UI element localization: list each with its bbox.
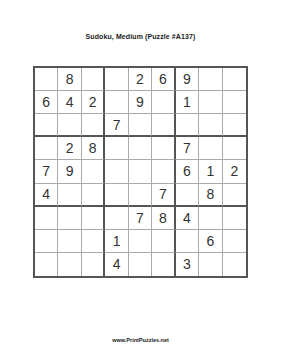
sudoku-cell-r5c7[interactable]: 6 (176, 160, 199, 183)
sudoku-cell-r3c6[interactable] (152, 114, 175, 137)
sudoku-cell-r7c9[interactable] (223, 207, 246, 230)
sudoku-cell-r6c3[interactable] (82, 184, 105, 207)
sudoku-cell-r9c5[interactable] (129, 253, 152, 276)
sudoku-cell-r5c5[interactable] (129, 160, 152, 183)
sudoku-cell-r3c2[interactable] (58, 114, 81, 137)
sudoku-cell-r8c9[interactable] (223, 230, 246, 253)
sudoku-cell-r3c1[interactable] (35, 114, 58, 137)
sudoku-cell-r9c1[interactable] (35, 253, 58, 276)
sudoku-cell-r4c7[interactable]: 7 (176, 137, 199, 160)
sudoku-cell-r8c6[interactable] (152, 230, 175, 253)
sudoku-cell-r3c4[interactable]: 7 (105, 114, 128, 137)
sudoku-cell-r3c5[interactable] (129, 114, 152, 137)
sudoku-cell-r2c2[interactable]: 4 (58, 91, 81, 114)
sudoku-cell-r4c5[interactable] (129, 137, 152, 160)
sudoku-cell-r1c1[interactable] (35, 68, 58, 91)
sudoku-cell-r1c6[interactable]: 6 (152, 68, 175, 91)
printable-puzzle-page: Sudoku, Medium (Puzzle #A137) 8269642917… (0, 0, 281, 363)
puzzle-title: Sudoku, Medium (Puzzle #A137) (0, 32, 281, 41)
sudoku-grid: 8269642917287796124787841643 (33, 66, 248, 278)
sudoku-cell-r7c4[interactable] (105, 207, 128, 230)
sudoku-cell-r6c7[interactable] (176, 184, 199, 207)
sudoku-cell-r8c4[interactable]: 1 (105, 230, 128, 253)
sudoku-cell-r3c7[interactable] (176, 114, 199, 137)
sudoku-cell-r3c8[interactable] (199, 114, 222, 137)
sudoku-cell-r9c2[interactable] (58, 253, 81, 276)
sudoku-cell-r5c2[interactable]: 9 (58, 160, 81, 183)
sudoku-cell-r2c7[interactable]: 1 (176, 91, 199, 114)
sudoku-cell-r1c4[interactable] (105, 68, 128, 91)
sudoku-cell-r4c1[interactable] (35, 137, 58, 160)
sudoku-cell-r3c9[interactable] (223, 114, 246, 137)
sudoku-cell-r8c7[interactable] (176, 230, 199, 253)
sudoku-cell-r5c8[interactable]: 1 (199, 160, 222, 183)
sudoku-cell-r4c4[interactable] (105, 137, 128, 160)
sudoku-cell-r8c5[interactable] (129, 230, 152, 253)
sudoku-cell-r1c3[interactable] (82, 68, 105, 91)
sudoku-cell-r1c9[interactable] (223, 68, 246, 91)
sudoku-cell-r7c8[interactable] (199, 207, 222, 230)
sudoku-cell-r1c2[interactable]: 8 (58, 68, 81, 91)
sudoku-cell-r2c9[interactable] (223, 91, 246, 114)
sudoku-cell-r7c1[interactable] (35, 207, 58, 230)
sudoku-cell-r1c5[interactable]: 2 (129, 68, 152, 91)
sudoku-cell-r2c1[interactable]: 6 (35, 91, 58, 114)
sudoku-cell-r4c9[interactable] (223, 137, 246, 160)
sudoku-cell-r5c4[interactable] (105, 160, 128, 183)
sudoku-cell-r1c8[interactable] (199, 68, 222, 91)
sudoku-cell-r9c9[interactable] (223, 253, 246, 276)
sudoku-cell-r6c5[interactable] (129, 184, 152, 207)
sudoku-cell-r6c6[interactable]: 7 (152, 184, 175, 207)
sudoku-cell-r5c6[interactable] (152, 160, 175, 183)
sudoku-cell-r8c3[interactable] (82, 230, 105, 253)
sudoku-cell-r6c4[interactable] (105, 184, 128, 207)
sudoku-cell-r2c5[interactable]: 9 (129, 91, 152, 114)
sudoku-cell-r8c2[interactable] (58, 230, 81, 253)
sudoku-cell-r2c8[interactable] (199, 91, 222, 114)
sudoku-cell-r7c7[interactable]: 4 (176, 207, 199, 230)
sudoku-cell-r2c3[interactable]: 2 (82, 91, 105, 114)
sudoku-cell-r5c9[interactable]: 2 (223, 160, 246, 183)
sudoku-cell-r4c3[interactable]: 8 (82, 137, 105, 160)
sudoku-cell-r6c2[interactable] (58, 184, 81, 207)
sudoku-cell-r7c3[interactable] (82, 207, 105, 230)
sudoku-cell-r7c5[interactable]: 7 (129, 207, 152, 230)
sudoku-cell-r9c7[interactable]: 3 (176, 253, 199, 276)
sudoku-cell-r2c4[interactable] (105, 91, 128, 114)
sudoku-cell-r6c9[interactable] (223, 184, 246, 207)
sudoku-cell-r7c6[interactable]: 8 (152, 207, 175, 230)
sudoku-cell-r3c3[interactable] (82, 114, 105, 137)
sudoku-cell-r4c6[interactable] (152, 137, 175, 160)
sudoku-cell-r6c1[interactable]: 4 (35, 184, 58, 207)
sudoku-cell-r2c6[interactable] (152, 91, 175, 114)
sudoku-cell-r5c1[interactable]: 7 (35, 160, 58, 183)
sudoku-cell-r7c2[interactable] (58, 207, 81, 230)
sudoku-cell-r1c7[interactable]: 9 (176, 68, 199, 91)
sudoku-cell-r4c2[interactable]: 2 (58, 137, 81, 160)
sudoku-cell-r8c1[interactable] (35, 230, 58, 253)
sudoku-cell-r6c8[interactable]: 8 (199, 184, 222, 207)
sudoku-cell-r4c8[interactable] (199, 137, 222, 160)
sudoku-cell-r9c4[interactable]: 4 (105, 253, 128, 276)
sudoku-cell-r9c6[interactable] (152, 253, 175, 276)
sudoku-cell-r9c8[interactable] (199, 253, 222, 276)
sudoku-cell-r9c3[interactable] (82, 253, 105, 276)
site-url: www.PrintPuzzles.net (0, 337, 281, 344)
sudoku-cell-r8c8[interactable]: 6 (199, 230, 222, 253)
sudoku-cell-r5c3[interactable] (82, 160, 105, 183)
